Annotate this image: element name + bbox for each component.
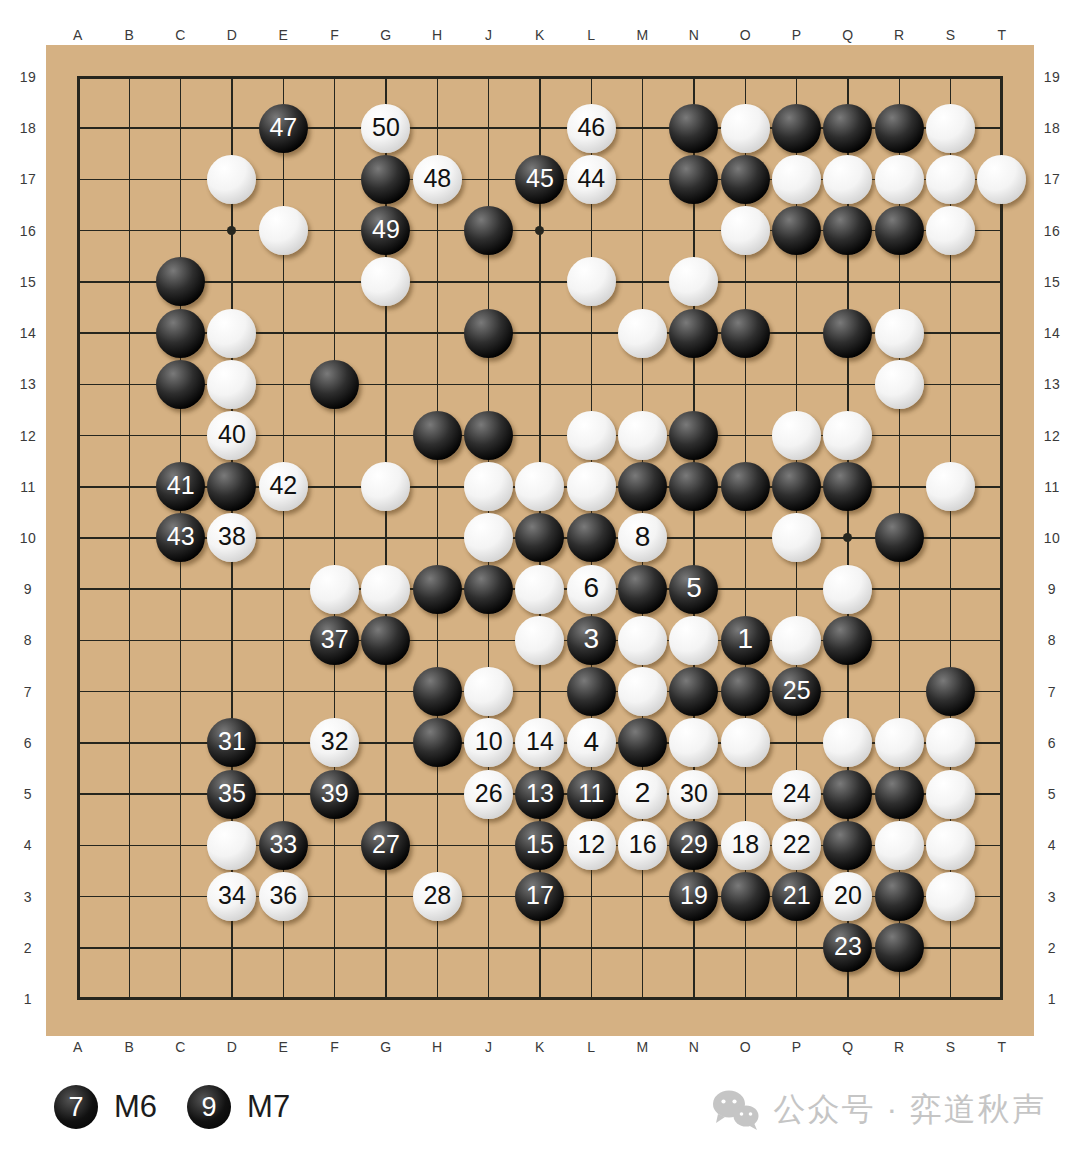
- coord-label-column-top: M: [637, 27, 649, 43]
- coord-label-column-bottom: R: [894, 1039, 905, 1055]
- stone-F8: 37: [310, 616, 359, 665]
- caption-point-label: M7: [247, 1089, 290, 1125]
- stone-move-number: 10: [475, 729, 503, 754]
- stone-move-number: 17: [526, 883, 554, 908]
- coord-label-row-right: 6: [1048, 735, 1056, 751]
- stone-E16: [259, 206, 308, 255]
- coord-label-row-right: 8: [1048, 632, 1056, 648]
- stone-S4: [926, 821, 975, 870]
- stone-P17: [772, 155, 821, 204]
- coord-label-row-left: 15: [20, 274, 37, 290]
- coord-label-column-top: P: [792, 27, 802, 43]
- coord-label-row-right: 16: [1044, 223, 1061, 239]
- coord-label-row-left: 3: [24, 889, 32, 905]
- coord-label-row-right: 10: [1044, 530, 1061, 546]
- coord-label-row-left: 14: [20, 325, 37, 341]
- stone-O4: 18: [721, 821, 770, 870]
- stone-move-number: 37: [321, 627, 349, 652]
- stone-move-number: 19: [680, 883, 708, 908]
- coord-label-column-bottom: N: [689, 1039, 700, 1055]
- stone-P7: 25: [772, 667, 821, 716]
- stone-move-number: 15: [526, 832, 554, 857]
- stone-R5: [875, 770, 924, 819]
- coord-label-column-bottom: A: [73, 1039, 83, 1055]
- stone-Q9: [823, 565, 872, 614]
- coord-label-column-top: H: [432, 27, 443, 43]
- coord-label-column-bottom: M: [637, 1039, 649, 1055]
- stone-move-number: 42: [269, 473, 297, 498]
- stone-R2: [875, 923, 924, 972]
- stone-P3: 21: [772, 872, 821, 921]
- stone-move-number: 30: [680, 781, 708, 806]
- stone-F13: [310, 360, 359, 409]
- stone-H12: [413, 411, 462, 460]
- coord-label-row-left: 10: [20, 530, 37, 546]
- stone-H7: [413, 667, 462, 716]
- caption-stone-7: 7: [54, 1085, 98, 1129]
- coord-label-row-left: 2: [24, 940, 32, 956]
- stone-L18: 46: [567, 104, 616, 153]
- coord-label-column-top: K: [535, 27, 545, 43]
- stone-Q5: [823, 770, 872, 819]
- coord-label-column-top: R: [894, 27, 905, 43]
- stone-J9: [464, 565, 513, 614]
- stone-O7: [721, 667, 770, 716]
- stone-Q4: [823, 821, 872, 870]
- stone-move-number: 4: [584, 728, 600, 756]
- coord-label-column-bottom: K: [535, 1039, 545, 1055]
- stone-L17: 44: [567, 155, 616, 204]
- coord-label-row-right: 13: [1044, 376, 1061, 392]
- stone-E4: 33: [259, 821, 308, 870]
- stone-move-number: 29: [680, 832, 708, 857]
- stone-M12: [618, 411, 667, 460]
- coord-label-row-left: 17: [20, 171, 37, 187]
- stone-O8: 1: [721, 616, 770, 665]
- coord-label-column-bottom: C: [175, 1039, 186, 1055]
- stone-K5: 13: [515, 770, 564, 819]
- coord-label-column-top: N: [689, 27, 700, 43]
- stone-D4: [207, 821, 256, 870]
- caption-point-label: M6: [114, 1089, 157, 1125]
- stone-move-number: 48: [423, 166, 451, 191]
- stone-M7: [618, 667, 667, 716]
- stone-move-number: 39: [321, 781, 349, 806]
- stone-F9: [310, 565, 359, 614]
- coord-label-row-right: 14: [1044, 325, 1061, 341]
- stone-H6: [413, 718, 462, 767]
- stone-R10: [875, 513, 924, 562]
- stone-P12: [772, 411, 821, 460]
- stone-M4: 16: [618, 821, 667, 870]
- stone-J16: [464, 206, 513, 255]
- coord-label-row-left: 9: [24, 581, 32, 597]
- stone-L9: 6: [567, 565, 616, 614]
- stone-move-number: 27: [372, 832, 400, 857]
- stone-move-number: 41: [167, 473, 195, 498]
- stone-O6: [721, 718, 770, 767]
- coord-label-row-left: 16: [20, 223, 37, 239]
- stone-M9: [618, 565, 667, 614]
- stone-move-number: 24: [783, 781, 811, 806]
- stone-move-number: 1: [738, 625, 754, 653]
- stone-move-number: 26: [475, 781, 503, 806]
- stone-move-number: 20: [834, 883, 862, 908]
- watermark: 公众号 · 弈道秋声: [710, 1086, 1046, 1134]
- coord-label-column-top: G: [380, 27, 391, 43]
- stone-move-number: 44: [577, 166, 605, 191]
- coord-label-row-right: 19: [1044, 69, 1061, 85]
- stone-move-number: 32: [321, 729, 349, 754]
- coord-label-column-top: L: [587, 27, 595, 43]
- stone-move-number: 8: [635, 523, 651, 551]
- stone-move-number: 28: [423, 883, 451, 908]
- stone-L7: [567, 667, 616, 716]
- stone-move-number: 3: [584, 625, 600, 653]
- stone-H9: [413, 565, 462, 614]
- coord-label-column-top: Q: [842, 27, 853, 43]
- stone-R17: [875, 155, 924, 204]
- stone-M14: [618, 309, 667, 358]
- stone-N5: 30: [669, 770, 718, 819]
- stone-R4: [875, 821, 924, 870]
- stone-H17: 48: [413, 155, 462, 204]
- coord-label-column-bottom: F: [330, 1039, 339, 1055]
- stone-S3: [926, 872, 975, 921]
- stone-O14: [721, 309, 770, 358]
- stone-P8: [772, 616, 821, 665]
- coord-label-column-bottom: S: [946, 1039, 956, 1055]
- coord-label-column-top: T: [997, 27, 1006, 43]
- stone-J12: [464, 411, 513, 460]
- stone-O16: [721, 206, 770, 255]
- stone-move-number: 16: [629, 832, 657, 857]
- coord-label-column-top: D: [227, 27, 238, 43]
- coord-label-row-left: 7: [24, 684, 32, 700]
- stone-J7: [464, 667, 513, 716]
- stone-move-number: 40: [218, 422, 246, 447]
- stone-S5: [926, 770, 975, 819]
- stone-C13: [156, 360, 205, 409]
- coord-label-row-right: 4: [1048, 837, 1056, 853]
- caption-stone-9: 9: [187, 1085, 231, 1129]
- stone-J14: [464, 309, 513, 358]
- stone-O11: [721, 462, 770, 511]
- coord-label-row-left: 4: [24, 837, 32, 853]
- coord-label-column-bottom: O: [740, 1039, 751, 1055]
- stone-P5: 24: [772, 770, 821, 819]
- stone-L6: 4: [567, 718, 616, 767]
- coord-label-row-left: 19: [20, 69, 37, 85]
- stone-M8: [618, 616, 667, 665]
- stone-Q14: [823, 309, 872, 358]
- stone-move-number: 6: [584, 574, 600, 602]
- coord-label-row-right: 2: [1048, 940, 1056, 956]
- stone-move-number: 33: [269, 832, 297, 857]
- stone-move-number: 45: [526, 166, 554, 191]
- stone-move-number: 47: [269, 115, 297, 140]
- stone-R13: [875, 360, 924, 409]
- grid-line-horizontal: [77, 691, 1004, 693]
- stone-L11: [567, 462, 616, 511]
- coord-label-column-bottom: J: [485, 1039, 493, 1055]
- coord-label-row-right: 1: [1048, 991, 1056, 1007]
- coord-label-column-top: O: [740, 27, 751, 43]
- coord-label-row-right: 5: [1048, 786, 1056, 802]
- stone-K4: 15: [515, 821, 564, 870]
- stone-N18: [669, 104, 718, 153]
- stone-L10: [567, 513, 616, 562]
- stone-P18: [772, 104, 821, 153]
- stone-L12: [567, 411, 616, 460]
- coord-label-column-bottom: L: [587, 1039, 595, 1055]
- stone-move-number: 21: [783, 883, 811, 908]
- coord-label-column-bottom: D: [227, 1039, 238, 1055]
- stone-G9: [361, 565, 410, 614]
- coord-label-row-left: 11: [20, 479, 36, 495]
- stone-C14: [156, 309, 205, 358]
- coord-label-row-right: 9: [1048, 581, 1056, 597]
- coord-label-column-top: A: [73, 27, 83, 43]
- stone-S18: [926, 104, 975, 153]
- coord-label-column-bottom: E: [278, 1039, 288, 1055]
- stone-N14: [669, 309, 718, 358]
- stone-D14: [207, 309, 256, 358]
- stone-P16: [772, 206, 821, 255]
- coord-label-column-top: C: [175, 27, 186, 43]
- stone-move-number: 11: [578, 781, 604, 806]
- caption: 7 M6 9 M7: [54, 1082, 304, 1132]
- coord-label-column-top: B: [124, 27, 134, 43]
- stone-N4: 29: [669, 821, 718, 870]
- coord-label-column-top: J: [485, 27, 493, 43]
- stone-move-number: 12: [577, 832, 605, 857]
- stone-J5: 26: [464, 770, 513, 819]
- stone-E18: 47: [259, 104, 308, 153]
- coord-label-column-bottom: H: [432, 1039, 443, 1055]
- stone-move-number: 23: [834, 934, 862, 959]
- stone-P4: 22: [772, 821, 821, 870]
- stone-O18: [721, 104, 770, 153]
- stone-R3: [875, 872, 924, 921]
- stone-move-number: 22: [783, 832, 811, 857]
- stone-G18: 50: [361, 104, 410, 153]
- stone-move-number: 13: [526, 781, 554, 806]
- stone-move-number: 36: [269, 883, 297, 908]
- coord-label-column-top: S: [946, 27, 956, 43]
- stone-L4: 12: [567, 821, 616, 870]
- watermark-text: 公众号 · 弈道秋声: [774, 1088, 1046, 1132]
- stone-move-number: 2: [635, 779, 651, 807]
- coord-label-row-right: 18: [1044, 120, 1061, 136]
- stone-E3: 36: [259, 872, 308, 921]
- stone-L8: 3: [567, 616, 616, 665]
- coord-label-column-bottom: Q: [842, 1039, 853, 1055]
- grid-line-vertical: [1000, 76, 1003, 1001]
- stone-K9: [515, 565, 564, 614]
- stone-R14: [875, 309, 924, 358]
- stone-R18: [875, 104, 924, 153]
- stone-Q18: [823, 104, 872, 153]
- wechat-icon: [710, 1088, 762, 1132]
- stone-S17: [926, 155, 975, 204]
- coord-label-row-right: 17: [1044, 171, 1061, 187]
- stone-S7: [926, 667, 975, 716]
- stone-N9: 5: [669, 565, 718, 614]
- coord-label-row-left: 18: [20, 120, 37, 136]
- coord-label-row-left: 13: [20, 376, 37, 392]
- coord-label-row-left: 5: [24, 786, 32, 802]
- coord-label-row-left: 1: [24, 991, 32, 1007]
- coord-label-row-left: 8: [24, 632, 32, 648]
- coord-label-row-right: 15: [1044, 274, 1061, 290]
- coord-label-column-bottom: T: [997, 1039, 1006, 1055]
- stone-D13: [207, 360, 256, 409]
- stone-F5: 39: [310, 770, 359, 819]
- stone-move-number: 46: [577, 115, 605, 140]
- stone-D5: 35: [207, 770, 256, 819]
- stone-M5: 2: [618, 770, 667, 819]
- coord-label-row-right: 12: [1044, 428, 1061, 444]
- stone-move-number: 25: [783, 678, 811, 703]
- coord-label-column-bottom: G: [380, 1039, 391, 1055]
- coord-label-row-right: 11: [1044, 479, 1060, 495]
- coord-label-row-right: 3: [1048, 889, 1056, 905]
- coord-label-row-left: 12: [20, 428, 37, 444]
- stone-L5: 11: [567, 770, 616, 819]
- stone-move-number: 14: [526, 729, 554, 754]
- coord-label-row-right: 7: [1048, 684, 1056, 700]
- stone-G4: 27: [361, 821, 410, 870]
- stone-move-number: 43: [167, 524, 195, 549]
- stone-move-number: 31: [218, 729, 246, 754]
- coord-label-column-bottom: P: [792, 1039, 802, 1055]
- coord-label-column-top: E: [278, 27, 288, 43]
- caption-stone-number: 7: [68, 1092, 83, 1123]
- stone-move-number: 49: [372, 217, 400, 242]
- stone-H3: 28: [413, 872, 462, 921]
- stone-move-number: 35: [218, 781, 246, 806]
- grid-line-horizontal: [77, 997, 1004, 1000]
- stone-L15: [567, 257, 616, 306]
- go-diagram-page: AABBCCDDEEFFGGHHJJKKLLMMNNOOPPQQRRSSTT19…: [0, 0, 1080, 1156]
- stone-move-number: 5: [686, 574, 702, 602]
- stone-S16: [926, 206, 975, 255]
- stone-O17: [721, 155, 770, 204]
- stone-E11: 42: [259, 462, 308, 511]
- stone-move-number: 50: [372, 115, 400, 140]
- caption-stone-number: 9: [202, 1092, 217, 1123]
- coord-label-column-bottom: B: [124, 1039, 134, 1055]
- coord-label-row-left: 6: [24, 735, 32, 751]
- stone-move-number: 34: [218, 883, 246, 908]
- stone-move-number: 38: [218, 524, 246, 549]
- stone-O3: [721, 872, 770, 921]
- coord-label-column-top: F: [330, 27, 339, 43]
- stone-R16: [875, 206, 924, 255]
- stone-move-number: 18: [731, 832, 759, 857]
- stone-R6: [875, 718, 924, 767]
